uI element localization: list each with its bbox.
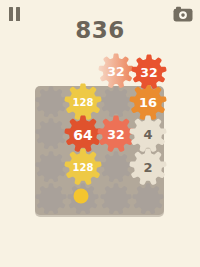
score: 836 xyxy=(0,17,200,43)
svg-text:32: 32 xyxy=(107,64,124,79)
spawn-dot-icon xyxy=(74,188,89,203)
svg-text:4: 4 xyxy=(143,127,152,142)
svg-text:128: 128 xyxy=(73,162,94,173)
spawning-tile xyxy=(76,191,91,206)
camera-button[interactable] xyxy=(173,6,193,22)
tile-gear-icon: 2 xyxy=(127,146,169,188)
svg-text:32: 32 xyxy=(107,127,124,142)
incoming-tile-32: 32 xyxy=(127,50,171,94)
svg-text:128: 128 xyxy=(73,97,94,108)
tile-gear-icon: 128 xyxy=(62,146,104,188)
tile-2: 2 xyxy=(127,146,169,188)
cell-r3c4: 2 xyxy=(132,151,164,183)
svg-text:16: 16 xyxy=(139,95,157,110)
game-screen: 836 32 32 128 16 64 xyxy=(0,0,200,267)
board[interactable]: 128 16 64 32 4 128 2 xyxy=(35,86,164,215)
cell-r3c2: 128 xyxy=(67,151,99,183)
svg-text:2: 2 xyxy=(143,160,152,175)
svg-text:32: 32 xyxy=(140,65,157,80)
camera-icon xyxy=(173,6,193,22)
incoming-gear-icon: 32 xyxy=(127,50,171,94)
svg-text:64: 64 xyxy=(74,127,94,143)
tile-128: 128 xyxy=(62,146,104,188)
